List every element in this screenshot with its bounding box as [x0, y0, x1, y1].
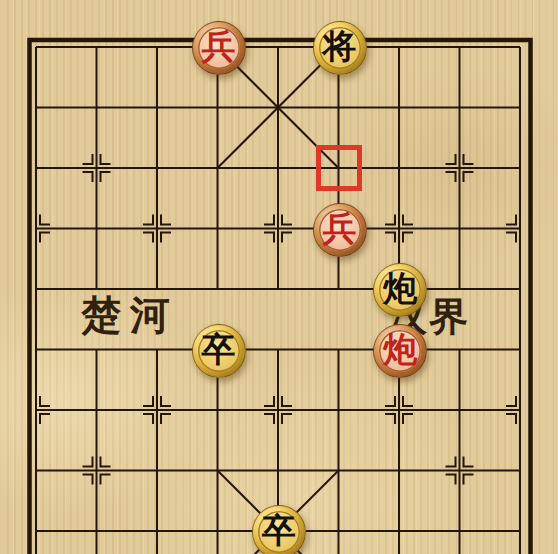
piece-black-soldier[interactable]: 卒: [252, 505, 306, 554]
piece-red-soldier[interactable]: 兵: [192, 21, 246, 75]
piece-black-cannon[interactable]: 炮: [373, 263, 427, 317]
piece-face: 将: [319, 27, 361, 69]
piece-face: 卒: [258, 511, 300, 553]
board-grid: [0, 0, 558, 554]
piece-face: 炮: [379, 330, 421, 372]
piece-glyph: 炮: [383, 272, 417, 306]
piece-glyph: 将: [323, 30, 357, 64]
piece-face: 卒: [198, 330, 240, 372]
piece-glyph: 卒: [262, 514, 296, 548]
xiangqi-board[interactable]: 楚河 汉界 兵将兵炮卒炮卒: [0, 0, 558, 554]
piece-red-cannon[interactable]: 炮: [373, 324, 427, 378]
piece-black-general[interactable]: 将: [313, 21, 367, 75]
piece-black-soldier[interactable]: 卒: [192, 324, 246, 378]
piece-face: 炮: [379, 269, 421, 311]
move-highlight-square: [316, 145, 362, 191]
piece-face: 兵: [198, 27, 240, 69]
piece-glyph: 卒: [202, 333, 236, 367]
piece-face: 兵: [319, 209, 361, 251]
piece-glyph: 兵: [323, 212, 357, 246]
piece-glyph: 炮: [383, 333, 417, 367]
piece-red-soldier[interactable]: 兵: [313, 203, 367, 257]
piece-glyph: 兵: [202, 30, 236, 64]
